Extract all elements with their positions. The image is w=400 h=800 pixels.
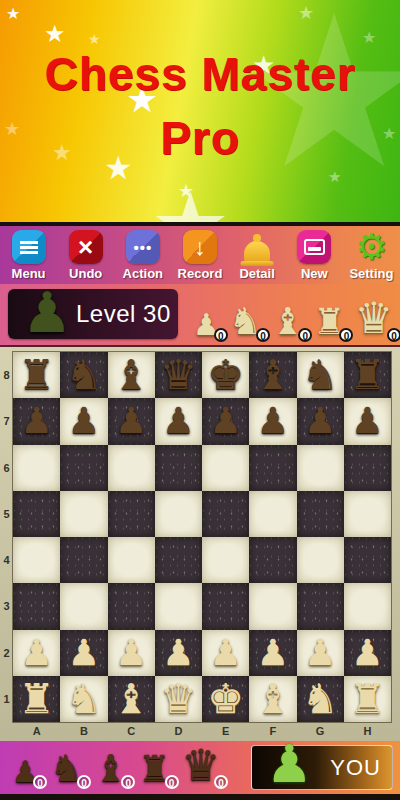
black-knight: ♞ [65,352,102,398]
square-d1[interactable]: ♛ [155,676,202,722]
app-screen: ★ ★ ★ ★ ★ ★ ★ ★ ★ ★ ★ ★ ★ ★ ★ Chess Mast… [0,0,400,800]
black-pawn: ♟ [68,398,100,444]
action-label: Action [123,266,163,281]
white-rook: ♜ [18,676,55,722]
square-b7[interactable]: ♟ [60,398,107,444]
captured-pawn: ♟0 [12,757,39,787]
new-window-icon [297,230,331,264]
black-pawn: ♟ [115,398,147,444]
captured-count-badge: 0 [214,328,228,342]
rank-label-8: 8 [0,352,13,398]
black-king: ♚ [207,352,244,398]
square-c6[interactable] [108,445,155,491]
captured-count-badge: 0 [165,775,179,789]
rank-label-4: 4 [0,537,13,583]
app-title: Chess Master Pro [0,0,400,170]
square-f3[interactable] [249,583,296,629]
opponent-bar: ♟ Level 30 ♟0♞0♝0♜0♛0 [0,284,400,345]
square-b4[interactable] [60,537,107,583]
action-button[interactable]: ••• Action [116,230,170,281]
square-h7[interactable]: ♟ [344,398,391,444]
square-e3[interactable] [202,583,249,629]
app-title-line1: Chess Master [0,42,400,106]
rank-label-3: 3 [0,583,13,629]
square-g6[interactable] [297,445,344,491]
square-e4[interactable] [202,537,249,583]
file-label-d: D [155,722,202,741]
gear-icon: ⚙ [355,230,387,264]
square-b2[interactable]: ♟ [60,630,107,676]
hamburger-icon [20,240,38,255]
square-e6[interactable] [202,445,249,491]
black-rook: ♜ [349,352,386,398]
black-pawn: ♟ [304,398,336,444]
square-f4[interactable] [249,537,296,583]
black-pawn: ♟ [162,398,194,444]
square-b8[interactable]: ♞ [60,352,107,398]
square-g4[interactable] [297,537,344,583]
opponent-pawn-icon: ♟ [22,286,72,339]
new-button[interactable]: New [287,230,341,281]
square-f7[interactable]: ♟ [249,398,296,444]
square-b6[interactable] [60,445,107,491]
square-a5[interactable] [13,491,60,537]
captured-count-badge: 0 [214,775,228,789]
square-g8[interactable]: ♞ [297,352,344,398]
square-b1[interactable]: ♞ [60,676,107,722]
black-pawn: ♟ [209,398,241,444]
square-f6[interactable] [249,445,296,491]
white-queen: ♛ [160,676,197,722]
square-e5[interactable] [202,491,249,537]
white-pawn: ♟ [68,630,100,676]
square-b3[interactable] [60,583,107,629]
new-label: New [301,266,328,281]
white-bishop: ♝ [254,676,291,722]
rank-label-5: 5 [0,491,13,537]
file-labels: ABCDEFGH [0,722,391,741]
file-label-h: H [344,722,391,741]
square-d5[interactable] [155,491,202,537]
square-e1[interactable]: ♚ [202,676,249,722]
square-d8[interactable]: ♛ [155,352,202,398]
white-bishop: ♝ [113,676,150,722]
bell-icon [244,230,270,264]
square-e7[interactable]: ♟ [202,398,249,444]
rank-label-1: 1 [0,676,13,722]
rank-label-7: 7 [0,398,13,444]
square-a3[interactable] [13,583,60,629]
player-bar: ♟0♞0♝0♜0♛0 ♟ YOU [0,741,400,794]
square-c4[interactable] [108,537,155,583]
rank-labels: 87654321 [0,352,13,722]
square-a7[interactable]: ♟ [13,398,60,444]
captured-pawn: ♟0 [193,310,220,340]
captured-knight: ♞0 [229,303,262,340]
black-pawn: ♟ [351,398,383,444]
square-h6[interactable] [344,445,391,491]
detail-button[interactable]: Detail [230,230,284,281]
black-pawn: ♟ [257,398,289,444]
captured-knight: ♞0 [50,750,83,787]
white-pawn: ♟ [115,630,147,676]
square-a1[interactable]: ♜ [13,676,60,722]
captured-bishop: ♝0 [94,750,127,787]
captured-count-badge: 0 [339,328,353,342]
captured-count-badge: 0 [121,775,135,789]
square-b5[interactable] [60,491,107,537]
captured-count-badge: 0 [298,328,312,342]
white-pawn: ♟ [20,630,52,676]
square-a4[interactable] [13,537,60,583]
black-bishop: ♝ [113,352,150,398]
level-label: Level 30 [76,300,171,328]
white-king: ♚ [207,676,244,722]
square-a2[interactable]: ♟ [13,630,60,676]
captured-count-badge: 0 [77,775,91,789]
rank-label-6: 6 [0,445,13,491]
square-d2[interactable]: ♟ [155,630,202,676]
black-bishop: ♝ [254,352,291,398]
menu-icon [12,230,46,264]
square-g1[interactable]: ♞ [297,676,344,722]
captured-count-badge: 0 [387,328,400,342]
square-c7[interactable]: ♟ [108,398,155,444]
star-icon: ★ [150,180,231,222]
white-knight: ♞ [302,676,339,722]
square-c3[interactable] [108,583,155,629]
captured-rook: ♜0 [313,304,345,340]
white-pawn: ♟ [351,630,383,676]
square-h5[interactable] [344,491,391,537]
footer-strip [0,794,400,800]
square-h8[interactable]: ♜ [344,352,391,398]
ellipsis-icon: ••• [126,230,160,264]
square-c1[interactable]: ♝ [108,676,155,722]
black-knight: ♞ [302,352,339,398]
menu-label: Menu [12,266,46,281]
captured-count-badge: 0 [256,328,270,342]
file-label-e: E [202,722,249,741]
menu-button[interactable]: Menu [2,230,56,281]
square-g3[interactable] [297,583,344,629]
file-label-b: B [60,722,107,741]
square-d4[interactable] [155,537,202,583]
file-label-a: A [13,722,60,741]
square-f1[interactable]: ♝ [249,676,296,722]
opponent-captured-tray: ♟0♞0♝0♜0♛0 [193,297,393,340]
white-rook: ♜ [349,676,386,722]
square-h2[interactable]: ♟ [344,630,391,676]
record-label: Record [178,266,223,281]
square-c2[interactable]: ♟ [108,630,155,676]
banner: ★ ★ ★ ★ ★ ★ ★ ★ ★ ★ ★ ★ ★ ★ ★ Chess Mast… [0,0,400,222]
square-e8[interactable]: ♚ [202,352,249,398]
square-g7[interactable]: ♟ [297,398,344,444]
square-h4[interactable] [344,537,391,583]
player-pawn-icon: ♟ [266,740,313,789]
captured-queen: ♛0 [354,297,393,340]
white-pawn: ♟ [162,630,194,676]
level-indicator: ♟ Level 30 [8,289,178,339]
white-pawn: ♟ [209,630,241,676]
square-d6[interactable] [155,445,202,491]
player-label: YOU [330,755,381,781]
square-h1[interactable]: ♜ [344,676,391,722]
setting-label: Setting [349,266,393,281]
undo-button[interactable]: × Undo [59,230,113,281]
square-a8[interactable]: ♜ [13,352,60,398]
chess-board: 87654321 ♜♞♝♛♚♝♞♜♟♟♟♟♟♟♟♟♟♟♟♟♟♟♟♟♜♞♝♛♚♝♞… [0,345,400,741]
rank-label-2: 2 [0,630,13,676]
board-grid: ♜♞♝♛♚♝♞♜♟♟♟♟♟♟♟♟♟♟♟♟♟♟♟♟♜♞♝♛♚♝♞♜ [13,352,391,722]
file-label-c: C [108,722,155,741]
white-pawn: ♟ [257,630,289,676]
square-f5[interactable] [249,491,296,537]
captured-queen: ♛0 [182,744,221,787]
square-f8[interactable]: ♝ [249,352,296,398]
undo-x-icon: × [69,230,103,264]
square-g2[interactable]: ♟ [297,630,344,676]
undo-label: Undo [69,266,102,281]
captured-rook: ♜0 [138,751,170,787]
white-pawn: ♟ [304,630,336,676]
square-g5[interactable] [297,491,344,537]
black-rook: ♜ [18,352,55,398]
square-f2[interactable]: ♟ [249,630,296,676]
black-pawn: ♟ [20,398,52,444]
download-arrow-icon: ↓ [183,230,217,264]
player-indicator: ♟ YOU [251,745,393,790]
captured-count-badge: 0 [33,775,47,789]
detail-label: Detail [239,266,274,281]
square-e2[interactable]: ♟ [202,630,249,676]
toolbar: Menu × Undo ••• Action ↓ Record Detail N… [0,226,400,284]
square-a6[interactable] [13,445,60,491]
square-d3[interactable] [155,583,202,629]
square-d7[interactable]: ♟ [155,398,202,444]
app-title-line2: Pro [0,106,400,170]
player-captured-tray: ♟0♞0♝0♜0♛0 [12,744,220,787]
square-h3[interactable] [344,583,391,629]
captured-bishop: ♝0 [271,303,304,340]
setting-button[interactable]: ⚙ Setting [344,230,398,281]
square-c5[interactable] [108,491,155,537]
black-queen: ♛ [160,352,197,398]
white-knight: ♞ [65,676,102,722]
record-button[interactable]: ↓ Record [173,230,227,281]
square-c8[interactable]: ♝ [108,352,155,398]
